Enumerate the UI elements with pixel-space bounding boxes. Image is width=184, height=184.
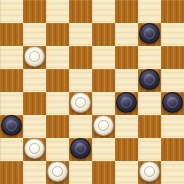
- square-c5[interactable]: [46, 69, 69, 92]
- square-h2[interactable]: [161, 138, 184, 161]
- black-man-g7[interactable]: [139, 23, 160, 44]
- square-c6[interactable]: [46, 46, 69, 69]
- square-b3[interactable]: [23, 115, 46, 138]
- black-man-f4[interactable]: [116, 92, 137, 113]
- square-g2[interactable]: [138, 138, 161, 161]
- square-h1[interactable]: [161, 161, 184, 184]
- black-man-h4[interactable]: [162, 92, 183, 113]
- square-a7[interactable]: [0, 23, 23, 46]
- square-b4[interactable]: [23, 92, 46, 115]
- square-a5[interactable]: [0, 69, 23, 92]
- square-e5[interactable]: [92, 69, 115, 92]
- square-d3[interactable]: [69, 115, 92, 138]
- square-b7[interactable]: [23, 23, 46, 46]
- square-f2[interactable]: [115, 138, 138, 161]
- square-d5[interactable]: [69, 69, 92, 92]
- square-c7[interactable]: [46, 23, 69, 46]
- square-g4[interactable]: [138, 92, 161, 115]
- square-b5[interactable]: [23, 69, 46, 92]
- square-c3[interactable]: [46, 115, 69, 138]
- black-man-d2[interactable]: [70, 138, 91, 159]
- square-h7[interactable]: [161, 23, 184, 46]
- square-a2[interactable]: [0, 138, 23, 161]
- square-f7[interactable]: [115, 23, 138, 46]
- square-f6[interactable]: [115, 46, 138, 69]
- square-e2[interactable]: [92, 138, 115, 161]
- square-a1[interactable]: [0, 161, 23, 184]
- square-d1[interactable]: [69, 161, 92, 184]
- square-a4[interactable]: [0, 92, 23, 115]
- square-e8[interactable]: [92, 0, 115, 23]
- square-g3[interactable]: [138, 115, 161, 138]
- black-man-a3[interactable]: [1, 115, 22, 136]
- square-f5[interactable]: [115, 69, 138, 92]
- white-man-g1[interactable]: [139, 161, 160, 182]
- white-man-b2[interactable]: [24, 138, 45, 159]
- square-c8[interactable]: [46, 0, 69, 23]
- square-c1[interactable]: [46, 161, 69, 184]
- square-f1[interactable]: [115, 161, 138, 184]
- square-g7[interactable]: [138, 23, 161, 46]
- square-a3[interactable]: [0, 115, 23, 138]
- square-g5[interactable]: [138, 69, 161, 92]
- square-e3[interactable]: [92, 115, 115, 138]
- square-e7[interactable]: [92, 23, 115, 46]
- board: [0, 0, 184, 184]
- square-f3[interactable]: [115, 115, 138, 138]
- square-b6[interactable]: [23, 46, 46, 69]
- white-man-d4[interactable]: [70, 92, 91, 113]
- square-h4[interactable]: [161, 92, 184, 115]
- square-g8[interactable]: [138, 0, 161, 23]
- square-c2[interactable]: [46, 138, 69, 161]
- square-d7[interactable]: [69, 23, 92, 46]
- square-e1[interactable]: [92, 161, 115, 184]
- square-b2[interactable]: [23, 138, 46, 161]
- square-d2[interactable]: [69, 138, 92, 161]
- white-man-c1[interactable]: [47, 161, 68, 182]
- white-man-b6[interactable]: [24, 46, 45, 67]
- square-e4[interactable]: [92, 92, 115, 115]
- square-h6[interactable]: [161, 46, 184, 69]
- square-e6[interactable]: [92, 46, 115, 69]
- square-h3[interactable]: [161, 115, 184, 138]
- square-g1[interactable]: [138, 161, 161, 184]
- square-a8[interactable]: [0, 0, 23, 23]
- square-h8[interactable]: [161, 0, 184, 23]
- square-d8[interactable]: [69, 0, 92, 23]
- square-d6[interactable]: [69, 46, 92, 69]
- square-b8[interactable]: [23, 0, 46, 23]
- square-f8[interactable]: [115, 0, 138, 23]
- square-d4[interactable]: [69, 92, 92, 115]
- square-c4[interactable]: [46, 92, 69, 115]
- square-h5[interactable]: [161, 69, 184, 92]
- square-a6[interactable]: [0, 46, 23, 69]
- square-g6[interactable]: [138, 46, 161, 69]
- white-man-e3[interactable]: [93, 115, 114, 136]
- square-b1[interactable]: [23, 161, 46, 184]
- black-man-g5[interactable]: [139, 69, 160, 90]
- square-f4[interactable]: [115, 92, 138, 115]
